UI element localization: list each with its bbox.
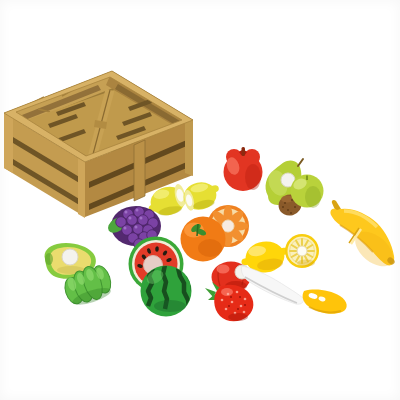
shade <box>297 260 315 267</box>
toy-knife <box>241 266 346 314</box>
pear-stem <box>298 159 303 166</box>
orange-shade <box>198 239 222 257</box>
red-apple <box>224 147 263 191</box>
tomato-highlight <box>217 265 230 274</box>
lemon-half-center <box>297 246 307 256</box>
kiwi-highlight <box>281 196 293 203</box>
product-photo <box>0 0 400 400</box>
watermelon-shade <box>154 300 186 312</box>
knife-handle <box>303 290 347 314</box>
orange-whole <box>181 217 226 262</box>
crate-corner-post-left <box>4 113 13 173</box>
watermelon-whole <box>141 265 199 317</box>
apple-shade <box>245 164 261 190</box>
cut-lemon-right <box>181 179 222 213</box>
velcro-dot <box>62 249 78 265</box>
play-food-scene <box>0 0 400 400</box>
green-apple-shade <box>305 186 321 208</box>
crate-corner-post-right <box>185 117 193 176</box>
avocado-tip-shade <box>45 253 53 265</box>
crate-corner-post-front <box>78 158 85 218</box>
strawberry-shade <box>228 313 248 321</box>
apple-stem <box>242 147 246 156</box>
crate-center-post <box>134 140 145 201</box>
banana <box>330 200 399 273</box>
orange-center <box>222 220 234 232</box>
lemon-half <box>285 234 319 268</box>
